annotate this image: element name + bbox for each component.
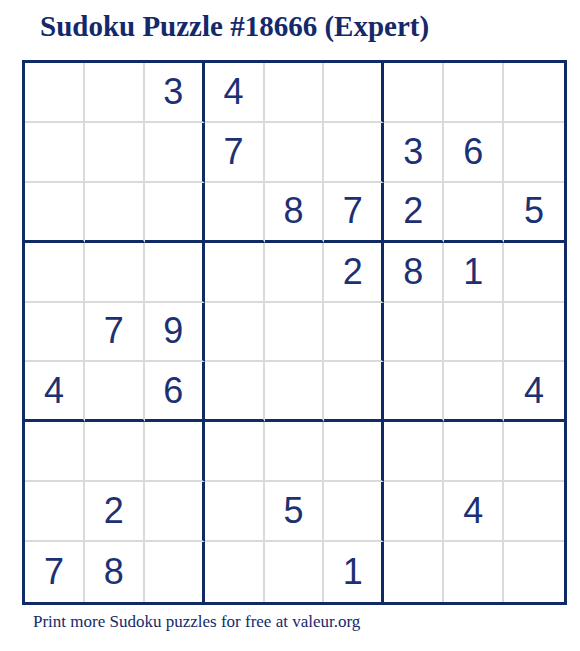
cell-r3c3-empty[interactable] xyxy=(145,183,205,243)
cell-r7c6-empty[interactable] xyxy=(324,422,384,482)
cell-r8c9-empty[interactable] xyxy=(504,482,564,542)
cell-r1c1-empty[interactable] xyxy=(25,63,85,123)
cell-r7c5-empty[interactable] xyxy=(265,422,325,482)
cell-r2c6-empty[interactable] xyxy=(324,123,384,183)
cell-r6c6-empty[interactable] xyxy=(324,362,384,422)
cell-r4c1-empty[interactable] xyxy=(25,243,85,303)
cell-r6c9-given: 4 xyxy=(504,362,564,422)
cell-r9c5-empty[interactable] xyxy=(265,542,325,602)
cell-r2c4-given: 7 xyxy=(205,123,265,183)
cell-r3c1-empty[interactable] xyxy=(25,183,85,243)
cell-r7c8-empty[interactable] xyxy=(444,422,504,482)
page-title: Sudoku Puzzle #18666 (Expert) xyxy=(40,10,429,43)
cell-r4c7-given: 8 xyxy=(384,243,444,303)
cell-r5c1-empty[interactable] xyxy=(25,303,85,363)
cell-r4c5-empty[interactable] xyxy=(265,243,325,303)
footer-text: Print more Sudoku puzzles for free at va… xyxy=(33,612,360,632)
cell-r8c3-empty[interactable] xyxy=(145,482,205,542)
cell-r4c6-given: 2 xyxy=(324,243,384,303)
cell-r9c4-empty[interactable] xyxy=(205,542,265,602)
cell-r8c4-empty[interactable] xyxy=(205,482,265,542)
cell-r3c8-empty[interactable] xyxy=(444,183,504,243)
cell-r4c3-empty[interactable] xyxy=(145,243,205,303)
cell-r3c6-given: 7 xyxy=(324,183,384,243)
cell-r4c2-empty[interactable] xyxy=(85,243,145,303)
cell-r9c7-empty[interactable] xyxy=(384,542,444,602)
cell-r6c5-empty[interactable] xyxy=(265,362,325,422)
cell-r2c3-empty[interactable] xyxy=(145,123,205,183)
cell-r8c1-empty[interactable] xyxy=(25,482,85,542)
cell-r7c3-empty[interactable] xyxy=(145,422,205,482)
cell-r1c6-empty[interactable] xyxy=(324,63,384,123)
cell-r6c4-empty[interactable] xyxy=(205,362,265,422)
cell-r5c7-empty[interactable] xyxy=(384,303,444,363)
cell-r8c5-given: 5 xyxy=(265,482,325,542)
cell-r2c8-given: 6 xyxy=(444,123,504,183)
cell-r8c2-given: 2 xyxy=(85,482,145,542)
cell-r4c4-empty[interactable] xyxy=(205,243,265,303)
cell-r1c3-given: 3 xyxy=(145,63,205,123)
cell-r8c8-given: 4 xyxy=(444,482,504,542)
cell-r7c2-empty[interactable] xyxy=(85,422,145,482)
cell-r1c2-empty[interactable] xyxy=(85,63,145,123)
cell-r6c2-empty[interactable] xyxy=(85,362,145,422)
cell-r5c8-empty[interactable] xyxy=(444,303,504,363)
cell-r5c9-empty[interactable] xyxy=(504,303,564,363)
cell-r1c5-empty[interactable] xyxy=(265,63,325,123)
cell-r9c9-given xyxy=(504,542,564,602)
cell-r8c7-empty[interactable] xyxy=(384,482,444,542)
cell-r6c1-given: 4 xyxy=(25,362,85,422)
cell-r9c2-given: 8 xyxy=(85,542,145,602)
cell-r5c5-empty[interactable] xyxy=(265,303,325,363)
cell-r6c8-empty[interactable] xyxy=(444,362,504,422)
cell-r5c2-given: 7 xyxy=(85,303,145,363)
cell-r2c5-empty[interactable] xyxy=(265,123,325,183)
cell-r9c3-empty[interactable] xyxy=(145,542,205,602)
cell-r2c7-given: 3 xyxy=(384,123,444,183)
cell-r5c6-empty[interactable] xyxy=(324,303,384,363)
cell-r6c7-empty[interactable] xyxy=(384,362,444,422)
cell-r2c9-empty[interactable] xyxy=(504,123,564,183)
cell-r1c9-empty[interactable] xyxy=(504,63,564,123)
cell-r3c7-given: 2 xyxy=(384,183,444,243)
cell-r9c1-given: 7 xyxy=(25,542,85,602)
cell-r6c3-given: 6 xyxy=(145,362,205,422)
cell-r5c3-given: 9 xyxy=(145,303,205,363)
cell-r1c4-given: 4 xyxy=(205,63,265,123)
cell-r1c8-empty[interactable] xyxy=(444,63,504,123)
cell-r7c4-empty[interactable] xyxy=(205,422,265,482)
cell-r4c8-given: 1 xyxy=(444,243,504,303)
cell-r3c5-given: 8 xyxy=(265,183,325,243)
cell-r9c8-empty[interactable] xyxy=(444,542,504,602)
cell-r9c6-given: 1 xyxy=(324,542,384,602)
cell-r4c9-empty[interactable] xyxy=(504,243,564,303)
sudoku-grid: 34736872528179464254781 xyxy=(22,60,567,605)
cell-r3c9-given: 5 xyxy=(504,183,564,243)
cell-r1c7-empty[interactable] xyxy=(384,63,444,123)
cell-r5c4-empty[interactable] xyxy=(205,303,265,363)
cell-r8c6-empty[interactable] xyxy=(324,482,384,542)
cell-r2c2-empty[interactable] xyxy=(85,123,145,183)
cell-r7c1-empty[interactable] xyxy=(25,422,85,482)
cell-r3c4-empty[interactable] xyxy=(205,183,265,243)
cell-r3c2-empty[interactable] xyxy=(85,183,145,243)
cell-r2c1-empty[interactable] xyxy=(25,123,85,183)
cell-r7c9-empty[interactable] xyxy=(504,422,564,482)
sudoku-page: Sudoku Puzzle #18666 (Expert) 3473687252… xyxy=(0,0,580,651)
cell-r7c7-empty[interactable] xyxy=(384,422,444,482)
